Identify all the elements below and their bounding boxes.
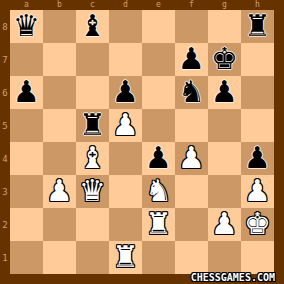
- piece-white-rook: ♜: [145, 209, 172, 239]
- square-h7[interactable]: [241, 43, 274, 76]
- square-h2[interactable]: ♚: [241, 208, 274, 241]
- file-label-e: e: [142, 0, 175, 10]
- piece-white-pawn: ♟: [244, 176, 271, 206]
- rank-label-5: 5: [0, 109, 10, 142]
- piece-black-queen: ♛: [13, 11, 40, 41]
- square-b7[interactable]: [43, 43, 76, 76]
- rank-label-6: 6: [0, 76, 10, 109]
- piece-white-bishop: ♝: [79, 143, 106, 173]
- piece-black-knight: ♞: [178, 77, 205, 107]
- square-b8[interactable]: [43, 10, 76, 43]
- piece-white-knight: ♞: [145, 176, 172, 206]
- square-b2[interactable]: [43, 208, 76, 241]
- square-g3[interactable]: [208, 175, 241, 208]
- square-c7[interactable]: [76, 43, 109, 76]
- piece-black-pawn: ♟: [244, 143, 271, 173]
- square-g5[interactable]: [208, 109, 241, 142]
- piece-black-bishop: ♝: [79, 11, 106, 41]
- square-a8[interactable]: ♛: [10, 10, 43, 43]
- piece-black-king: ♚: [211, 44, 238, 74]
- rank-label-2: 2: [0, 208, 10, 241]
- rank-label-8: 8: [0, 10, 10, 43]
- square-d8[interactable]: [109, 10, 142, 43]
- square-c8[interactable]: ♝: [76, 10, 109, 43]
- square-e2[interactable]: ♜: [142, 208, 175, 241]
- piece-white-pawn: ♟: [211, 209, 238, 239]
- piece-white-pawn: ♟: [46, 176, 73, 206]
- square-e4[interactable]: ♟: [142, 142, 175, 175]
- square-b5[interactable]: [43, 109, 76, 142]
- square-b6[interactable]: [43, 76, 76, 109]
- square-d3[interactable]: [109, 175, 142, 208]
- piece-white-pawn: ♟: [178, 143, 205, 173]
- square-d5[interactable]: ♟: [109, 109, 142, 142]
- rank-label-7: 7: [0, 43, 10, 76]
- square-e6[interactable]: [142, 76, 175, 109]
- piece-black-pawn: ♟: [13, 77, 40, 107]
- square-d7[interactable]: [109, 43, 142, 76]
- square-c4[interactable]: ♝: [76, 142, 109, 175]
- square-d6[interactable]: ♟: [109, 76, 142, 109]
- square-c2[interactable]: [76, 208, 109, 241]
- square-d2[interactable]: [109, 208, 142, 241]
- file-label-f: f: [175, 0, 208, 10]
- square-g1[interactable]: [208, 241, 241, 274]
- square-d1[interactable]: ♜: [109, 241, 142, 274]
- rank-label-1: 1: [0, 241, 10, 274]
- square-b3[interactable]: ♟: [43, 175, 76, 208]
- square-h3[interactable]: ♟: [241, 175, 274, 208]
- square-h6[interactable]: [241, 76, 274, 109]
- square-g4[interactable]: [208, 142, 241, 175]
- square-a6[interactable]: ♟: [10, 76, 43, 109]
- piece-white-king: ♚: [244, 209, 271, 239]
- square-g7[interactable]: ♚: [208, 43, 241, 76]
- square-c1[interactable]: [76, 241, 109, 274]
- square-a5[interactable]: [10, 109, 43, 142]
- chess-board: ♛♝♜♟♚♟♟♞♟♜♟♝♟♟♟♟♛♞♟♜♟♚♜: [10, 10, 274, 274]
- board-frame: abcdefgh 87654321 ♛♝♜♟♚♟♟♞♟♜♟♝♟♟♟♟♛♞♟♜♟♚…: [0, 0, 284, 284]
- square-h5[interactable]: [241, 109, 274, 142]
- square-f4[interactable]: ♟: [175, 142, 208, 175]
- square-e7[interactable]: [142, 43, 175, 76]
- square-b4[interactable]: [43, 142, 76, 175]
- square-g2[interactable]: ♟: [208, 208, 241, 241]
- file-label-b: b: [43, 0, 76, 10]
- square-f2[interactable]: [175, 208, 208, 241]
- square-a4[interactable]: [10, 142, 43, 175]
- square-a1[interactable]: [10, 241, 43, 274]
- piece-white-queen: ♛: [79, 176, 106, 206]
- rank-label-3: 3: [0, 175, 10, 208]
- square-f8[interactable]: [175, 10, 208, 43]
- square-d4[interactable]: [109, 142, 142, 175]
- square-h8[interactable]: ♜: [241, 10, 274, 43]
- square-b1[interactable]: [43, 241, 76, 274]
- rank-label-4: 4: [0, 142, 10, 175]
- piece-black-pawn: ♟: [211, 77, 238, 107]
- square-c3[interactable]: ♛: [76, 175, 109, 208]
- piece-black-pawn: ♟: [145, 143, 172, 173]
- file-label-g: g: [208, 0, 241, 10]
- square-e5[interactable]: [142, 109, 175, 142]
- square-a3[interactable]: [10, 175, 43, 208]
- square-g6[interactable]: ♟: [208, 76, 241, 109]
- piece-black-rook: ♜: [79, 110, 106, 140]
- piece-white-pawn: ♟: [112, 110, 139, 140]
- square-f1[interactable]: [175, 241, 208, 274]
- square-a7[interactable]: [10, 43, 43, 76]
- square-e1[interactable]: [142, 241, 175, 274]
- square-h4[interactable]: ♟: [241, 142, 274, 175]
- square-f5[interactable]: [175, 109, 208, 142]
- piece-black-pawn: ♟: [178, 44, 205, 74]
- square-e3[interactable]: ♞: [142, 175, 175, 208]
- piece-white-rook: ♜: [112, 242, 139, 272]
- site-watermark: CHESSGAMES.COM: [191, 272, 275, 283]
- square-c5[interactable]: ♜: [76, 109, 109, 142]
- square-f6[interactable]: ♞: [175, 76, 208, 109]
- piece-black-pawn: ♟: [112, 77, 139, 107]
- square-f7[interactable]: ♟: [175, 43, 208, 76]
- file-label-d: d: [109, 0, 142, 10]
- square-e8[interactable]: [142, 10, 175, 43]
- piece-black-rook: ♜: [244, 11, 271, 41]
- square-f3[interactable]: [175, 175, 208, 208]
- square-c6[interactable]: [76, 76, 109, 109]
- square-h1[interactable]: [241, 241, 274, 274]
- square-a2[interactable]: [10, 208, 43, 241]
- square-g8[interactable]: [208, 10, 241, 43]
